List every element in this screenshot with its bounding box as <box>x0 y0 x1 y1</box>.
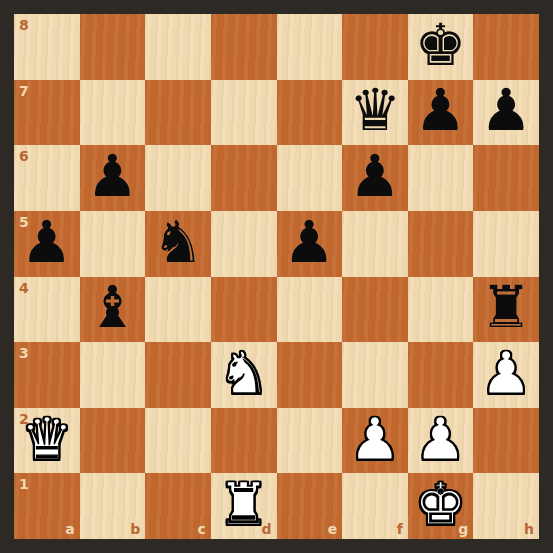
square-g2[interactable]: ♟ <box>408 408 474 474</box>
square-b5[interactable] <box>80 211 146 277</box>
square-e2[interactable] <box>277 408 343 474</box>
square-e4[interactable] <box>277 277 343 343</box>
square-b7[interactable] <box>80 80 146 146</box>
piece-black-king-g8[interactable]: ♚ <box>415 16 467 74</box>
square-e5[interactable]: ♟ <box>277 211 343 277</box>
square-e3[interactable] <box>277 342 343 408</box>
piece-black-knight-c5[interactable]: ♞ <box>152 213 204 271</box>
square-b1[interactable]: b <box>80 473 146 539</box>
piece-white-pawn-g2[interactable]: ♟ <box>415 410 467 468</box>
piece-white-pawn-f2[interactable]: ♟ <box>349 410 401 468</box>
square-f1[interactable]: f <box>342 473 408 539</box>
rank-label-2: 2 <box>19 412 29 426</box>
rank-label-4: 4 <box>19 281 29 295</box>
square-f3[interactable] <box>342 342 408 408</box>
square-h3[interactable]: ♟ <box>473 342 539 408</box>
square-d8[interactable] <box>211 14 277 80</box>
square-b8[interactable] <box>80 14 146 80</box>
square-b3[interactable] <box>80 342 146 408</box>
square-d4[interactable] <box>211 277 277 343</box>
square-a3[interactable]: 3 <box>14 342 80 408</box>
square-d3[interactable]: ♞ <box>211 342 277 408</box>
square-g8[interactable]: ♚ <box>408 14 474 80</box>
square-d7[interactable] <box>211 80 277 146</box>
square-f7[interactable]: ♛ <box>342 80 408 146</box>
square-c2[interactable] <box>145 408 211 474</box>
file-label-a: a <box>65 522 74 536</box>
square-h4[interactable]: ♜ <box>473 277 539 343</box>
file-label-f: f <box>397 522 403 536</box>
piece-black-pawn-f6[interactable]: ♟ <box>349 147 401 205</box>
square-g4[interactable] <box>408 277 474 343</box>
square-h2[interactable] <box>473 408 539 474</box>
rank-label-6: 6 <box>19 149 29 163</box>
square-a6[interactable]: 6 <box>14 145 80 211</box>
square-e1[interactable]: e <box>277 473 343 539</box>
rank-label-7: 7 <box>19 84 29 98</box>
square-b4[interactable]: ♝ <box>80 277 146 343</box>
file-label-e: e <box>328 522 338 536</box>
square-c1[interactable]: c <box>145 473 211 539</box>
square-g5[interactable] <box>408 211 474 277</box>
board-frame: 8♚7♛♟♟6♟♟♟5♞♟4♝♜3♞♟♛2♟♟1abc♜def♚gh <box>14 14 539 539</box>
square-f8[interactable] <box>342 14 408 80</box>
square-c8[interactable] <box>145 14 211 80</box>
chess-app: 8♚7♛♟♟6♟♟♟5♞♟4♝♜3♞♟♛2♟♟1abc♜def♚gh <box>0 0 553 553</box>
square-c5[interactable]: ♞ <box>145 211 211 277</box>
piece-black-pawn-b6[interactable]: ♟ <box>86 147 138 205</box>
file-label-c: c <box>198 522 206 536</box>
file-label-d: d <box>261 522 271 536</box>
square-a4[interactable]: 4 <box>14 277 80 343</box>
square-d5[interactable] <box>211 211 277 277</box>
piece-white-pawn-h3[interactable]: ♟ <box>480 344 532 402</box>
square-f2[interactable]: ♟ <box>342 408 408 474</box>
file-label-g: g <box>458 522 468 536</box>
square-h6[interactable] <box>473 145 539 211</box>
square-d6[interactable] <box>211 145 277 211</box>
square-g1[interactable]: ♚g <box>408 473 474 539</box>
rank-label-8: 8 <box>19 18 29 32</box>
file-label-b: b <box>130 522 140 536</box>
square-c4[interactable] <box>145 277 211 343</box>
square-d1[interactable]: ♜d <box>211 473 277 539</box>
piece-white-knight-d3[interactable]: ♞ <box>218 344 270 402</box>
file-label-h: h <box>524 522 534 536</box>
square-e8[interactable] <box>277 14 343 80</box>
square-f5[interactable] <box>342 211 408 277</box>
rank-label-3: 3 <box>19 346 29 360</box>
square-h7[interactable]: ♟ <box>473 80 539 146</box>
square-b2[interactable] <box>80 408 146 474</box>
piece-black-pawn-h7[interactable]: ♟ <box>480 81 532 139</box>
square-f6[interactable]: ♟ <box>342 145 408 211</box>
chess-board: 8♚7♛♟♟6♟♟♟5♞♟4♝♜3♞♟♛2♟♟1abc♜def♚gh <box>14 14 539 539</box>
piece-black-pawn-g7[interactable]: ♟ <box>415 81 467 139</box>
piece-black-pawn-e5[interactable]: ♟ <box>283 213 335 271</box>
square-a2[interactable]: ♛2 <box>14 408 80 474</box>
piece-black-bishop-b4[interactable]: ♝ <box>86 278 138 336</box>
square-g6[interactable] <box>408 145 474 211</box>
square-g7[interactable]: ♟ <box>408 80 474 146</box>
square-c7[interactable] <box>145 80 211 146</box>
square-c6[interactable] <box>145 145 211 211</box>
square-h1[interactable]: h <box>473 473 539 539</box>
rank-label-5: 5 <box>19 215 29 229</box>
piece-black-queen-f7[interactable]: ♛ <box>349 81 401 139</box>
rank-label-1: 1 <box>19 477 29 491</box>
square-g3[interactable] <box>408 342 474 408</box>
square-f4[interactable] <box>342 277 408 343</box>
square-b6[interactable]: ♟ <box>80 145 146 211</box>
square-h8[interactable] <box>473 14 539 80</box>
square-a5[interactable]: ♟5 <box>14 211 80 277</box>
square-h5[interactable] <box>473 211 539 277</box>
square-a1[interactable]: 1a <box>14 473 80 539</box>
square-e6[interactable] <box>277 145 343 211</box>
square-e7[interactable] <box>277 80 343 146</box>
piece-black-rook-h4[interactable]: ♜ <box>480 278 532 336</box>
square-c3[interactable] <box>145 342 211 408</box>
square-a8[interactable]: 8 <box>14 14 80 80</box>
square-a7[interactable]: 7 <box>14 80 80 146</box>
square-d2[interactable] <box>211 408 277 474</box>
